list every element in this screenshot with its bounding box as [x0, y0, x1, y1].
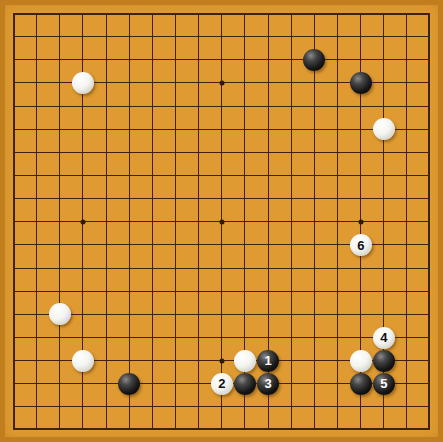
grid-cell [337, 152, 360, 175]
stone-white-C6 [49, 303, 71, 325]
grid-cell [36, 106, 59, 129]
star-point [219, 219, 224, 224]
grid-cell [314, 406, 337, 429]
grid-cell [106, 129, 129, 152]
grid-cell [198, 406, 221, 429]
grid-cell [268, 106, 291, 129]
grid-cell [198, 291, 221, 314]
grid-cell [13, 198, 36, 221]
grid-cell [221, 59, 244, 82]
grid-cell [59, 383, 82, 406]
grid-cell [244, 314, 267, 337]
grid-cell [106, 175, 129, 198]
grid-cell [383, 152, 406, 175]
grid-cell [36, 221, 59, 244]
grid-cell [82, 291, 105, 314]
grid-cell [244, 198, 267, 221]
grid-cell [13, 314, 36, 337]
grid-cell [314, 360, 337, 383]
grid-cell [129, 106, 152, 129]
grid-cell [129, 152, 152, 175]
grid-cell [36, 337, 59, 360]
grid-cell [314, 13, 337, 36]
grid-cell [383, 291, 406, 314]
grid-cell [129, 198, 152, 221]
grid-cell [59, 152, 82, 175]
grid-cell [152, 13, 175, 36]
grid-cell [406, 36, 429, 59]
stone-white-K4 [234, 350, 256, 372]
grid-cell [268, 129, 291, 152]
move-number-label: 5 [380, 377, 387, 390]
grid-cell [129, 221, 152, 244]
grid-cell [244, 406, 267, 429]
grid-cell [13, 406, 36, 429]
grid-cell [244, 291, 267, 314]
grid-cell [13, 59, 36, 82]
grid-cell [337, 13, 360, 36]
grid-cell [36, 129, 59, 152]
grid-cell [106, 244, 129, 267]
grid-cell [314, 244, 337, 267]
grid-cell [13, 13, 36, 36]
grid-cell [152, 244, 175, 267]
grid-cell [198, 59, 221, 82]
grid-cell [106, 198, 129, 221]
grid-cell [291, 314, 314, 337]
grid-cell [337, 291, 360, 314]
grid-cell [268, 291, 291, 314]
grid-cell [383, 268, 406, 291]
grid-cell [383, 198, 406, 221]
grid-cell [221, 244, 244, 267]
grid-cell [13, 383, 36, 406]
grid-cell [59, 406, 82, 429]
grid-cell [291, 106, 314, 129]
grid-cell [106, 406, 129, 429]
grid-cell [59, 244, 82, 267]
stone-white-Q4 [350, 350, 372, 372]
grid-cell [175, 221, 198, 244]
grid-cell [291, 13, 314, 36]
grid-cell [337, 129, 360, 152]
grid-cell [406, 244, 429, 267]
grid-cell [360, 36, 383, 59]
grid-cell [221, 106, 244, 129]
star-point [358, 219, 363, 224]
grid-cell [36, 268, 59, 291]
grid-cell [268, 268, 291, 291]
grid-cell [36, 198, 59, 221]
grid-cell [106, 82, 129, 105]
grid-cell [221, 291, 244, 314]
grid-cell [406, 13, 429, 36]
stone-black-N17 [303, 49, 325, 71]
grid-cell [13, 244, 36, 267]
grid-cell [106, 59, 129, 82]
grid-cell [221, 221, 244, 244]
stone-white-J3: 2 [211, 373, 233, 395]
grid-cell [152, 36, 175, 59]
grid-cell [244, 106, 267, 129]
grid-cell [383, 221, 406, 244]
grid-cell [59, 198, 82, 221]
grid-cell [406, 221, 429, 244]
grid-cell [129, 13, 152, 36]
move-number-label: 2 [218, 377, 225, 390]
grid-cell [175, 314, 198, 337]
grid-cell [314, 175, 337, 198]
grid-cell [198, 244, 221, 267]
grid-cell [291, 82, 314, 105]
grid-cell [129, 36, 152, 59]
grid-cell [314, 291, 337, 314]
stone-white-D4 [72, 350, 94, 372]
grid-cell [360, 198, 383, 221]
grid-cell [198, 106, 221, 129]
grid-cell [36, 13, 59, 36]
grid-cell [291, 268, 314, 291]
grid-cell [337, 406, 360, 429]
grid-cell [406, 152, 429, 175]
grid-cell [314, 106, 337, 129]
grid-cell [175, 82, 198, 105]
grid-cell [129, 244, 152, 267]
grid-cell [268, 13, 291, 36]
grid-cell [198, 221, 221, 244]
grid-cell [406, 268, 429, 291]
grid-cell [360, 152, 383, 175]
grid-cell [360, 406, 383, 429]
grid-cell [221, 268, 244, 291]
grid-cell [82, 406, 105, 429]
grid-cell [291, 152, 314, 175]
grid-cell [59, 221, 82, 244]
grid-cell [244, 221, 267, 244]
grid-cell [314, 314, 337, 337]
grid-cell [106, 106, 129, 129]
grid-cell [129, 314, 152, 337]
grid-cell [175, 36, 198, 59]
grid-cell [268, 221, 291, 244]
grid-cell [198, 175, 221, 198]
grid-cell [13, 360, 36, 383]
move-number-label: 1 [265, 354, 272, 367]
grid-cell [291, 360, 314, 383]
grid-cell [106, 291, 129, 314]
stone-white-D16 [72, 72, 94, 94]
grid-cell [129, 406, 152, 429]
grid-cell [383, 244, 406, 267]
grid-cell [291, 129, 314, 152]
stone-black-K3 [234, 373, 256, 395]
grid-cell [82, 314, 105, 337]
grid-cell [152, 221, 175, 244]
grid-cell [82, 129, 105, 152]
grid-cell [175, 337, 198, 360]
grid-cell [36, 175, 59, 198]
grid-cell [152, 152, 175, 175]
grid-cell [406, 175, 429, 198]
grid-cell [36, 383, 59, 406]
grid-cell [13, 221, 36, 244]
grid-cell [152, 383, 175, 406]
grid-cell [244, 129, 267, 152]
grid-cell [244, 175, 267, 198]
grid-cell [175, 360, 198, 383]
grid-cell [13, 36, 36, 59]
grid-cell [314, 383, 337, 406]
grid-cell [244, 13, 267, 36]
grid-cell [175, 152, 198, 175]
grid-cell [406, 383, 429, 406]
grid-cell [383, 175, 406, 198]
grid-cell [360, 13, 383, 36]
grid-cell [221, 82, 244, 105]
grid-cell [406, 82, 429, 105]
grid-cell [106, 13, 129, 36]
grid-cell [244, 36, 267, 59]
grid-cell [13, 152, 36, 175]
grid-cell [221, 175, 244, 198]
grid-cell [129, 59, 152, 82]
grid-cell [337, 106, 360, 129]
grid-cell [36, 36, 59, 59]
grid-cell [337, 198, 360, 221]
grid-cell [82, 268, 105, 291]
grid-cell [291, 221, 314, 244]
grid-cell [198, 129, 221, 152]
grid-cell [244, 244, 267, 267]
move-number-label: 6 [357, 239, 364, 252]
grid-cell [198, 82, 221, 105]
grid-cell [268, 175, 291, 198]
grid-cell [268, 314, 291, 337]
grid-cell [221, 314, 244, 337]
grid-cell [198, 36, 221, 59]
grid-cell [291, 198, 314, 221]
grid-cell [268, 59, 291, 82]
grid-cell [152, 59, 175, 82]
grid-cell [406, 291, 429, 314]
grid-cell [244, 268, 267, 291]
grid-cell [36, 406, 59, 429]
grid-cell [36, 152, 59, 175]
grid-cell [244, 152, 267, 175]
grid-cell [383, 82, 406, 105]
grid-cell [383, 13, 406, 36]
grid-cell [106, 152, 129, 175]
grid-cell [59, 36, 82, 59]
grid-cell [198, 152, 221, 175]
grid-cell [383, 59, 406, 82]
go-board-screenshot: 612345 [0, 0, 443, 442]
grid-cell [198, 314, 221, 337]
grid-cell [268, 198, 291, 221]
grid-cell [106, 337, 129, 360]
grid-cell [82, 175, 105, 198]
grid-cell [175, 129, 198, 152]
grid-cell [106, 36, 129, 59]
grid-cell [291, 383, 314, 406]
stone-black-R4 [373, 350, 395, 372]
grid-cell [106, 221, 129, 244]
star-point [219, 358, 224, 363]
grid-cell [175, 175, 198, 198]
grid-cell [129, 337, 152, 360]
grid-cell [36, 82, 59, 105]
grid-cell [129, 175, 152, 198]
grid-cell [152, 406, 175, 429]
grid-cell [221, 198, 244, 221]
stone-black-Q16 [350, 72, 372, 94]
grid-cell [175, 59, 198, 82]
grid-cell [59, 129, 82, 152]
grid-cell [314, 82, 337, 105]
grid-cell [13, 82, 36, 105]
grid-cell [152, 314, 175, 337]
grid-cell [268, 82, 291, 105]
grid-cell [291, 337, 314, 360]
grid-cell [13, 268, 36, 291]
grid-cell [175, 383, 198, 406]
grid-cell [152, 291, 175, 314]
grid-cell [314, 198, 337, 221]
grid-cell [337, 268, 360, 291]
grid-cell [82, 198, 105, 221]
grid-cell [152, 268, 175, 291]
grid-cell [406, 360, 429, 383]
grid-cell [221, 129, 244, 152]
grid-cell [268, 406, 291, 429]
grid-cell [221, 13, 244, 36]
grid-cell [13, 291, 36, 314]
grid-cell [129, 291, 152, 314]
grid-cell [337, 175, 360, 198]
grid-cell [13, 337, 36, 360]
grid-cell [198, 13, 221, 36]
grid-cell [406, 337, 429, 360]
grid-cell [198, 268, 221, 291]
stone-black-F3 [118, 373, 140, 395]
grid-cell [152, 175, 175, 198]
grid-cell [152, 198, 175, 221]
grid-cell [82, 244, 105, 267]
grid-cell [221, 406, 244, 429]
grid-cell [244, 59, 267, 82]
grid-cell [383, 36, 406, 59]
grid-cell [291, 244, 314, 267]
grid-cell [406, 59, 429, 82]
grid-cell [337, 36, 360, 59]
grid-cell [152, 337, 175, 360]
grid-cell [406, 406, 429, 429]
grid-cell [175, 406, 198, 429]
grid-cell [268, 152, 291, 175]
grid-cell [291, 291, 314, 314]
grid-cell [406, 129, 429, 152]
grid-cell [13, 129, 36, 152]
grid-cell [175, 106, 198, 129]
grid-cell [82, 106, 105, 129]
grid-cell [36, 244, 59, 267]
grid-cell [314, 129, 337, 152]
grid-cell [82, 221, 105, 244]
grid-cell [82, 36, 105, 59]
grid-cell [337, 314, 360, 337]
grid-cell [36, 360, 59, 383]
stone-white-Q9: 6 [350, 234, 372, 256]
grid-cell [59, 268, 82, 291]
stone-white-R14 [373, 118, 395, 140]
grid-cell [36, 59, 59, 82]
grid-cell [360, 175, 383, 198]
stone-black-L4: 1 [257, 350, 279, 372]
stone-black-Q3 [350, 373, 372, 395]
grid-cell [406, 198, 429, 221]
grid-cell [13, 175, 36, 198]
grid-cell [152, 360, 175, 383]
grid-cell [360, 268, 383, 291]
grid-cell [221, 152, 244, 175]
star-point [80, 219, 85, 224]
grid-cell [175, 198, 198, 221]
grid-cell [13, 106, 36, 129]
stone-black-R3: 5 [373, 373, 395, 395]
grid-cell [175, 268, 198, 291]
grid-cell [406, 106, 429, 129]
grid-cell [383, 406, 406, 429]
grid-cell [59, 106, 82, 129]
grid-cell [314, 152, 337, 175]
grid-cell [314, 221, 337, 244]
grid-cell [106, 314, 129, 337]
grid-cell [152, 129, 175, 152]
grid-cell [360, 291, 383, 314]
grid-cell [175, 244, 198, 267]
grid-cell [244, 82, 267, 105]
grid-cell [82, 13, 105, 36]
grid-cell [268, 244, 291, 267]
grid-cell [198, 198, 221, 221]
grid-cell [291, 175, 314, 198]
grid-cell [59, 13, 82, 36]
stone-black-L3: 3 [257, 373, 279, 395]
grid-cell [129, 129, 152, 152]
grid-cell [406, 314, 429, 337]
grid-cell [198, 337, 221, 360]
grid-cell [314, 268, 337, 291]
grid-cell [152, 82, 175, 105]
move-number-label: 3 [265, 377, 272, 390]
grid-cell [129, 268, 152, 291]
move-number-label: 4 [380, 331, 387, 344]
grid-cell [106, 268, 129, 291]
grid-cell [268, 36, 291, 59]
grid-cell [314, 337, 337, 360]
grid-cell [59, 175, 82, 198]
go-board[interactable]: 612345 [0, 0, 443, 442]
grid-cell [82, 152, 105, 175]
grid-cell [291, 406, 314, 429]
grid-cell [221, 36, 244, 59]
stone-white-R5: 4 [373, 327, 395, 349]
grid-cell [175, 13, 198, 36]
grid-cell [82, 383, 105, 406]
grid-cell [129, 82, 152, 105]
grid-cell [152, 106, 175, 129]
star-point [219, 80, 224, 85]
